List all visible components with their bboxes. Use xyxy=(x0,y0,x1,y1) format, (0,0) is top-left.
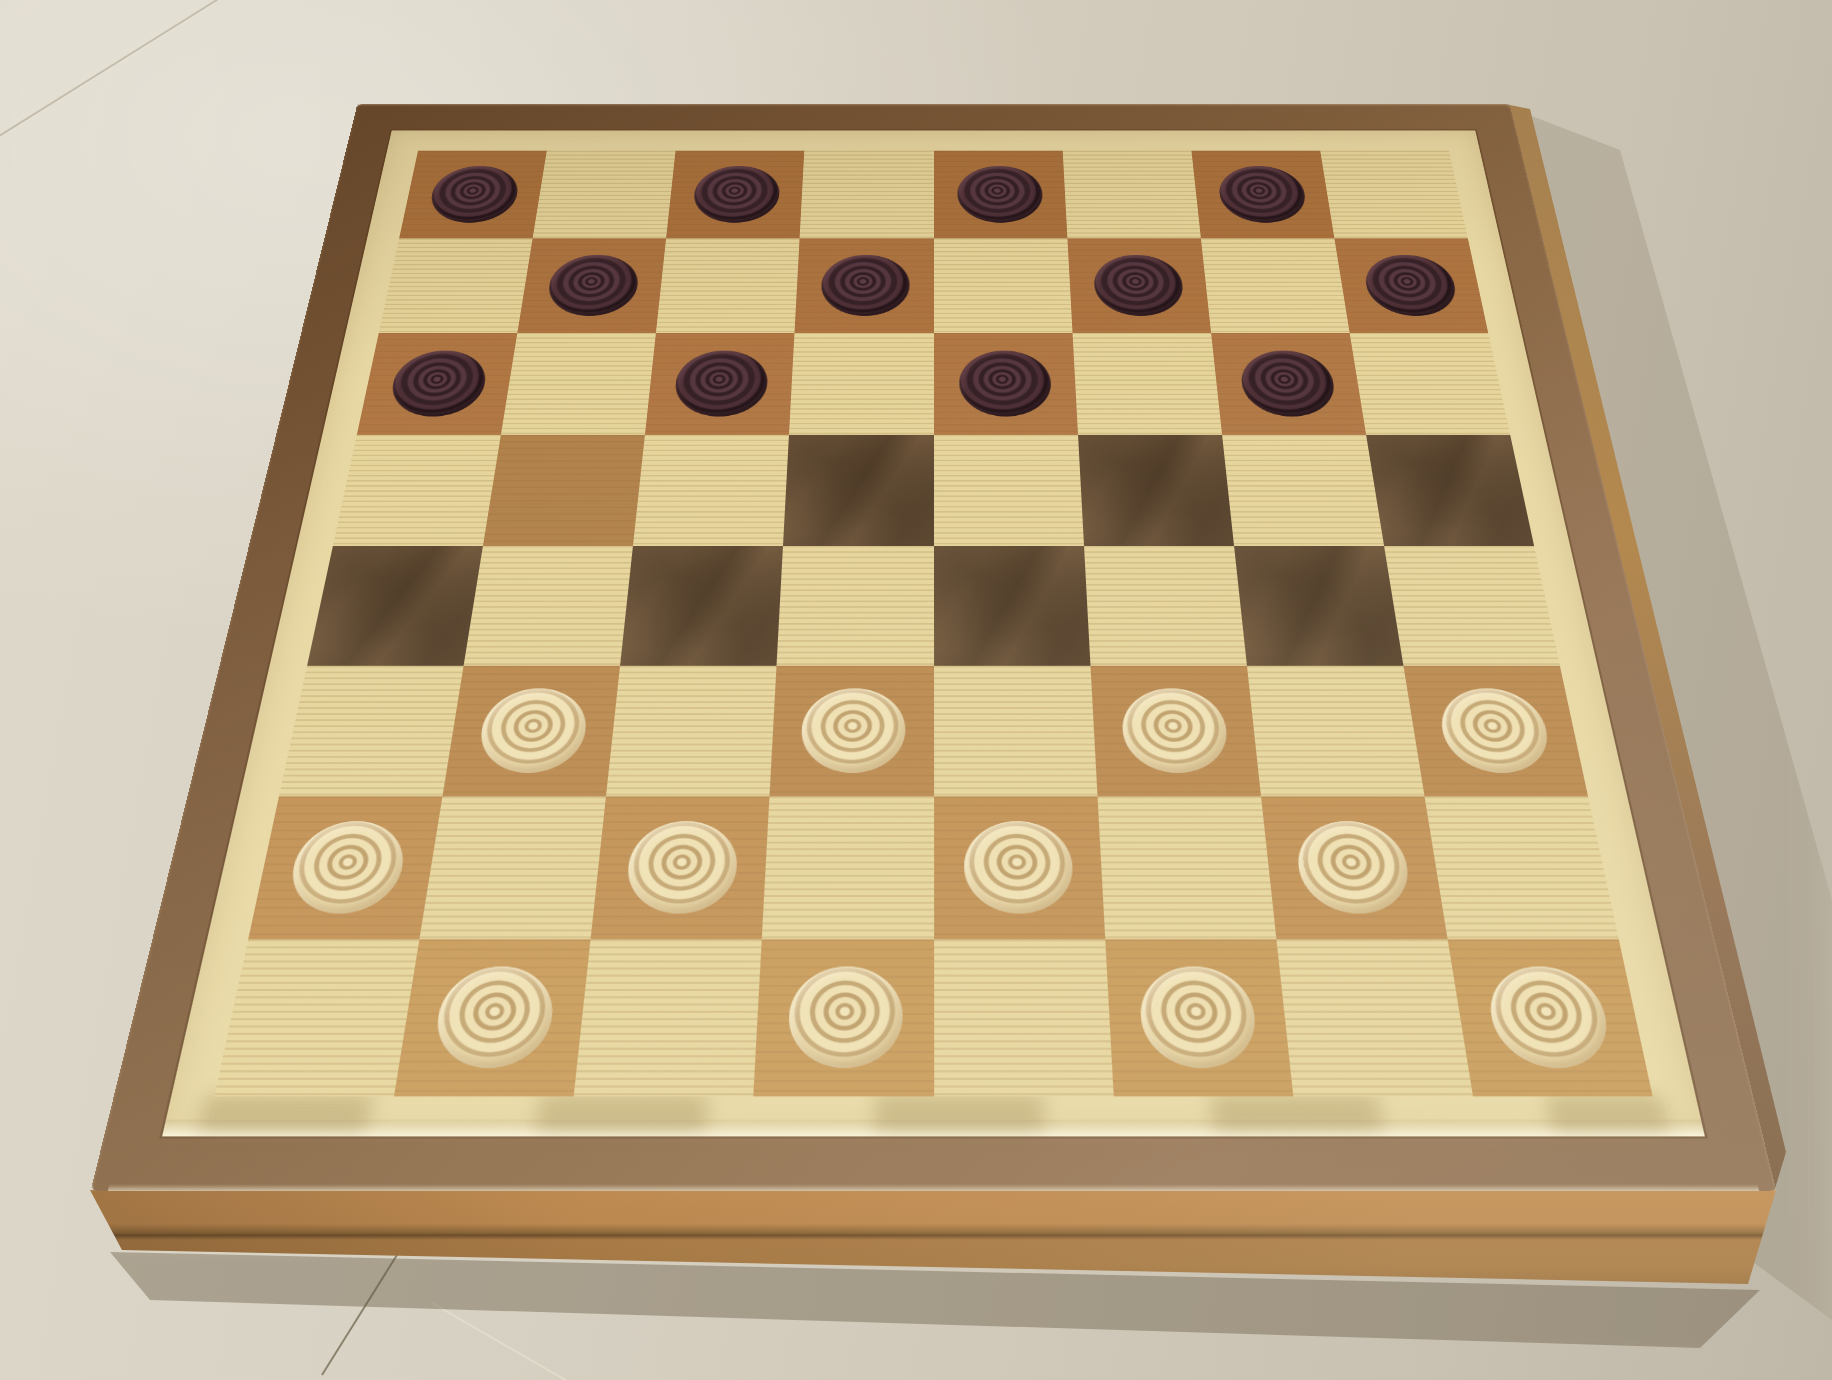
floor-grout-line-top-left xyxy=(0,0,243,144)
checker-piece-light-r7c7[interactable] xyxy=(1293,821,1414,913)
checker-piece-light-r7c3[interactable] xyxy=(624,821,740,913)
checker-piece-dark-r2c4[interactable] xyxy=(821,255,911,316)
checker-piece-light-r8c6[interactable] xyxy=(1137,966,1259,1068)
pieces-layer xyxy=(90,104,1776,1191)
checker-piece-light-r6c4[interactable] xyxy=(800,688,906,772)
checker-piece-dark-r2c2[interactable] xyxy=(545,255,641,316)
checker-piece-dark-r3c7[interactable] xyxy=(1238,351,1338,417)
checker-piece-dark-r1c5[interactable] xyxy=(957,166,1043,223)
checkers-board xyxy=(90,104,1776,1191)
checker-piece-dark-r1c7[interactable] xyxy=(1216,166,1308,223)
photo-scene xyxy=(0,0,1832,1380)
checker-piece-dark-r1c1[interactable] xyxy=(426,166,521,223)
checker-piece-light-r7c1[interactable] xyxy=(284,821,410,913)
checker-piece-light-r8c8[interactable] xyxy=(1483,966,1616,1068)
checker-piece-dark-r3c3[interactable] xyxy=(673,351,770,417)
checker-piece-light-r6c6[interactable] xyxy=(1120,688,1230,772)
checker-piece-dark-r1c3[interactable] xyxy=(692,166,781,223)
checker-piece-dark-r3c1[interactable] xyxy=(387,351,491,417)
checker-piece-light-r8c4[interactable] xyxy=(787,966,903,1068)
checker-piece-dark-r2c6[interactable] xyxy=(1092,255,1185,316)
checker-piece-light-r7c5[interactable] xyxy=(963,821,1074,913)
checker-piece-dark-r3c5[interactable] xyxy=(959,351,1052,417)
checker-piece-light-r8c2[interactable] xyxy=(431,966,558,1068)
checker-piece-dark-r2c8[interactable] xyxy=(1361,255,1460,316)
checker-piece-light-r6c8[interactable] xyxy=(1435,688,1554,772)
floor-scratch-line xyxy=(432,1302,580,1380)
checker-piece-light-r6c2[interactable] xyxy=(476,688,591,772)
